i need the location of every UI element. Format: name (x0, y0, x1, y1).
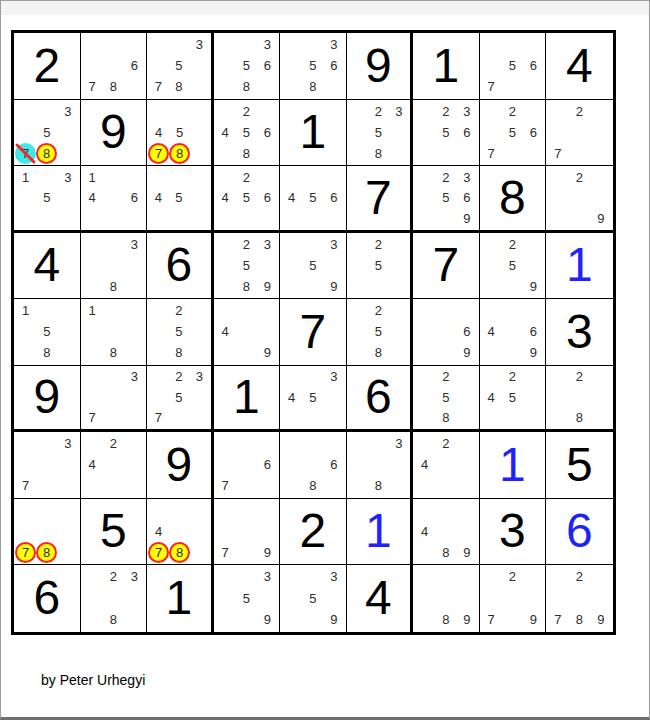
empty-candidate-slot (302, 433, 323, 454)
candidate-1: 1 (82, 167, 103, 188)
candidate-6: 6 (523, 55, 544, 76)
candidate-8: 8 (169, 76, 190, 97)
candidate-grid: 68 (281, 433, 345, 497)
candidate-4: 4 (215, 188, 236, 209)
cell-r4c3[interactable]: 6 (147, 233, 214, 300)
empty-candidate-slot (103, 367, 124, 388)
empty-candidate-slot (502, 34, 523, 55)
empty-candidate-slot (389, 234, 410, 255)
cell-r5c9[interactable]: 3 (546, 299, 613, 366)
empty-candidate-slot (590, 101, 612, 122)
candidate-8: 8 (368, 143, 389, 164)
empty-candidate-slot (124, 475, 145, 496)
candidate-5: 5 (302, 55, 323, 76)
empty-candidate-slot (281, 475, 302, 496)
empty-candidate-slot (190, 101, 210, 122)
empty-candidate-slot (481, 588, 502, 610)
candidate-2: 2 (169, 367, 190, 388)
candidate-grid: 2456 (215, 167, 279, 229)
given-digit: 7 (432, 241, 459, 289)
empty-candidate-slot (323, 167, 344, 188)
empty-candidate-slot (257, 208, 278, 229)
cell-r3c2[interactable]: 146 (81, 166, 148, 233)
cell-r4c2[interactable]: 38 (81, 233, 148, 300)
empty-candidate-slot (435, 454, 456, 475)
empty-candidate-slot (257, 101, 278, 122)
candidate-3: 3 (323, 234, 344, 255)
candidate-5: 5 (169, 55, 190, 76)
empty-candidate-slot (481, 276, 502, 297)
candidate-2: 2 (502, 101, 523, 122)
empty-candidate-slot (236, 321, 257, 342)
empty-candidate-slot (169, 101, 190, 122)
cell-r6c2[interactable]: 37 (81, 366, 148, 433)
candidate-2: 2 (368, 101, 389, 122)
candidate-3: 3 (189, 34, 210, 55)
empty-candidate-slot (148, 101, 169, 122)
candidate-7: 7 (148, 408, 169, 429)
empty-candidate-slot (481, 367, 502, 388)
empty-candidate-slot (547, 387, 569, 408)
cell-r8c3[interactable]: 478 (147, 499, 214, 566)
cell-r3c5[interactable]: 456 (280, 166, 347, 233)
candidate-8: 8 (368, 475, 389, 496)
empty-candidate-slot (215, 521, 236, 542)
empty-candidate-slot (257, 500, 278, 521)
empty-candidate-slot (348, 255, 369, 276)
candidate-grid: 456 (281, 167, 345, 229)
empty-candidate-slot (281, 276, 302, 297)
cell-r7c8[interactable]: 1 (480, 432, 547, 499)
candidate-4: 4 (414, 454, 435, 475)
cell-r4c9[interactable]: 1 (546, 233, 613, 300)
empty-candidate-slot (36, 101, 57, 122)
empty-candidate-slot (236, 300, 257, 321)
cell-r3c7[interactable]: 23569 (413, 166, 480, 233)
cell-r3c1[interactable]: 135 (14, 166, 81, 233)
cell-r8c2[interactable]: 5 (81, 499, 148, 566)
candidate-9: 9 (456, 342, 477, 363)
empty-candidate-slot (57, 521, 78, 542)
candidate-grid: 158 (15, 300, 79, 364)
candidate-5: 5 (236, 122, 257, 143)
empty-candidate-slot (36, 208, 57, 229)
candidate-5: 5 (169, 387, 190, 408)
given-digit: 1 (432, 42, 459, 90)
cell-r1c3[interactable]: 3578 (147, 33, 214, 100)
candidate-5: 5 (368, 255, 389, 276)
cell-r7c6[interactable]: 38 (347, 432, 414, 499)
cell-r4c6[interactable]: 25 (347, 233, 414, 300)
empty-candidate-slot (368, 276, 389, 297)
cell-r8c4[interactable]: 79 (214, 499, 281, 566)
cell-r9c7[interactable]: 89 (413, 565, 480, 632)
empty-candidate-slot (236, 542, 257, 563)
cell-r2c1[interactable]: 3578 (14, 100, 81, 167)
candidate-4: 4 (481, 321, 502, 342)
cell-r7c5[interactable]: 68 (280, 432, 347, 499)
empty-candidate-slot (414, 387, 435, 408)
cell-r2c2[interactable]: 9 (81, 100, 148, 167)
candidate-3: 3 (257, 566, 278, 588)
empty-candidate-slot (15, 521, 36, 542)
cell-r5c8[interactable]: 469 (480, 299, 547, 366)
candidate-3: 3 (456, 167, 477, 188)
empty-candidate-slot (257, 521, 278, 542)
empty-candidate-slot (103, 321, 124, 342)
empty-candidate-slot (523, 34, 544, 55)
candidate-4: 4 (148, 188, 169, 209)
empty-candidate-slot (456, 475, 477, 496)
empty-candidate-slot (523, 101, 544, 122)
empty-candidate-slot (389, 255, 410, 276)
candidate-8: 8 (435, 542, 456, 563)
empty-candidate-slot (456, 454, 477, 475)
empty-candidate-slot (281, 234, 302, 255)
empty-candidate-slot (189, 55, 210, 76)
candidate-6: 6 (456, 122, 477, 143)
empty-candidate-slot (103, 34, 124, 55)
candidate-7: 7 (215, 475, 236, 496)
empty-candidate-slot (124, 208, 145, 229)
empty-candidate-slot (124, 454, 145, 475)
cell-r3c9[interactable]: 29 (546, 166, 613, 233)
empty-candidate-slot (481, 255, 502, 276)
empty-candidate-slot (169, 208, 190, 229)
cell-r1c7[interactable]: 1 (413, 33, 480, 100)
candidate-9: 9 (590, 208, 612, 229)
candidate-grid: 27 (547, 101, 612, 165)
cell-r7c1[interactable]: 37 (14, 432, 81, 499)
empty-candidate-slot (456, 566, 477, 588)
candidate-7-highlighted: 7 (148, 542, 169, 563)
empty-candidate-slot (389, 321, 410, 342)
cell-r2c3[interactable]: 4578 (147, 100, 214, 167)
empty-candidate-slot (481, 122, 502, 143)
empty-candidate-slot (257, 321, 278, 342)
candidate-grid: 478 (148, 500, 210, 564)
candidate-2: 2 (502, 234, 523, 255)
empty-candidate-slot (435, 342, 456, 363)
candidate-9: 9 (323, 609, 344, 631)
empty-candidate-slot (236, 609, 257, 631)
empty-candidate-slot (190, 143, 210, 164)
candidate-3: 3 (124, 566, 145, 588)
empty-candidate-slot (103, 475, 124, 496)
cell-r3c6[interactable]: 7 (347, 166, 414, 233)
cell-r4c8[interactable]: 259 (480, 233, 547, 300)
candidate-7: 7 (15, 475, 36, 496)
cell-r6c7[interactable]: 258 (413, 366, 480, 433)
empty-candidate-slot (215, 454, 236, 475)
empty-candidate-slot (189, 300, 210, 321)
cell-r3c8[interactable]: 8 (480, 166, 547, 233)
cell-r5c4[interactable]: 49 (214, 299, 281, 366)
cell-r8c9[interactable]: 6 (546, 499, 613, 566)
empty-candidate-slot (414, 500, 435, 521)
empty-candidate-slot (414, 143, 435, 164)
solved-digit: 1 (499, 441, 526, 489)
empty-candidate-slot (389, 143, 410, 164)
empty-candidate-slot (302, 167, 323, 188)
cell-r2c9[interactable]: 27 (546, 100, 613, 167)
empty-candidate-slot (36, 475, 57, 496)
empty-candidate-slot (414, 367, 435, 388)
empty-candidate-slot (281, 433, 302, 454)
cell-r3c4[interactable]: 2456 (214, 166, 281, 233)
candidate-grid: 25 (348, 234, 410, 298)
empty-candidate-slot (435, 588, 456, 610)
candidate-3: 3 (257, 234, 278, 255)
empty-candidate-slot (148, 208, 169, 229)
cell-r4c5[interactable]: 359 (280, 233, 347, 300)
candidate-1: 1 (15, 167, 36, 188)
empty-candidate-slot (236, 34, 257, 55)
cell-r9c2[interactable]: 238 (81, 565, 148, 632)
cell-r6c9[interactable]: 28 (546, 366, 613, 433)
empty-candidate-slot (502, 408, 523, 429)
empty-candidate-slot (281, 76, 302, 97)
cell-r7c4[interactable]: 67 (214, 432, 281, 499)
candidate-grid: 24 (82, 433, 146, 497)
cell-r1c4[interactable]: 3568 (214, 33, 281, 100)
candidate-7: 7 (215, 542, 236, 563)
empty-candidate-slot (103, 387, 124, 408)
empty-candidate-slot (236, 566, 257, 588)
empty-candidate-slot (547, 101, 569, 122)
candidate-5: 5 (36, 321, 57, 342)
empty-candidate-slot (281, 208, 302, 229)
cell-r8c1[interactable]: 78 (14, 499, 81, 566)
solved-digit: 6 (566, 507, 593, 555)
empty-candidate-slot (414, 542, 435, 563)
cell-r7c3[interactable]: 9 (147, 432, 214, 499)
candidate-grid: 678 (82, 34, 146, 98)
empty-candidate-slot (302, 408, 323, 429)
cell-r2c6[interactable]: 2358 (347, 100, 414, 167)
cell-r2c5[interactable]: 1 (280, 100, 347, 167)
cell-r1c5[interactable]: 3568 (280, 33, 347, 100)
cell-r5c6[interactable]: 258 (347, 299, 414, 366)
empty-candidate-slot (348, 342, 369, 363)
cell-r6c5[interactable]: 345 (280, 366, 347, 433)
candidate-grid: 345 (281, 367, 345, 429)
candidate-6: 6 (257, 122, 278, 143)
candidate-7: 7 (148, 76, 169, 97)
candidate-2: 2 (169, 300, 190, 321)
cell-r4c7[interactable]: 7 (413, 233, 480, 300)
empty-candidate-slot (323, 208, 344, 229)
cell-r1c8[interactable]: 567 (480, 33, 547, 100)
given-digit: 6 (33, 574, 60, 622)
candidate-2: 2 (236, 234, 257, 255)
cell-r8c5[interactable]: 2 (280, 499, 347, 566)
candidate-9: 9 (523, 609, 544, 631)
empty-candidate-slot (257, 143, 278, 164)
empty-candidate-slot (215, 76, 236, 97)
empty-candidate-slot (547, 208, 569, 229)
empty-candidate-slot (124, 34, 145, 55)
cell-r7c2[interactable]: 24 (81, 432, 148, 499)
empty-candidate-slot (57, 122, 78, 143)
cell-r1c2[interactable]: 678 (81, 33, 148, 100)
cell-r2c4[interactable]: 24568 (214, 100, 281, 167)
empty-candidate-slot (124, 276, 145, 297)
candidate-grid: 67 (215, 433, 279, 497)
cell-r5c1[interactable]: 158 (14, 299, 81, 366)
candidate-grid: 78 (15, 500, 79, 564)
candidate-5: 5 (169, 321, 190, 342)
cell-r9c5[interactable]: 359 (280, 565, 347, 632)
cell-r8c7[interactable]: 489 (413, 499, 480, 566)
empty-candidate-slot (189, 208, 210, 229)
given-digit: 3 (499, 507, 526, 555)
cell-r5c3[interactable]: 258 (147, 299, 214, 366)
candidate-9: 9 (523, 342, 544, 363)
candidate-5: 5 (302, 588, 323, 610)
candidate-8: 8 (236, 143, 257, 164)
candidate-8: 8 (435, 609, 456, 631)
given-digit: 9 (100, 108, 127, 156)
empty-candidate-slot (435, 321, 456, 342)
cell-r7c9[interactable]: 5 (546, 432, 613, 499)
candidate-grid: 29 (547, 167, 612, 229)
candidate-grid: 24 (414, 433, 478, 497)
cell-r7c7[interactable]: 24 (413, 432, 480, 499)
cell-r8c6[interactable]: 1 (347, 499, 414, 566)
cell-r9c8[interactable]: 279 (480, 565, 547, 632)
cell-r5c2[interactable]: 18 (81, 299, 148, 366)
empty-candidate-slot (82, 255, 103, 276)
candidate-grid: 37 (82, 367, 146, 429)
empty-candidate-slot (103, 255, 124, 276)
cell-r6c4[interactable]: 1 (214, 366, 281, 433)
empty-candidate-slot (57, 208, 78, 229)
empty-candidate-slot (414, 167, 435, 188)
candidate-grid: 3578 (148, 34, 210, 98)
candidate-grid: 38 (82, 234, 146, 298)
candidate-2: 2 (368, 300, 389, 321)
empty-candidate-slot (302, 34, 323, 55)
empty-candidate-slot (281, 609, 302, 631)
empty-candidate-slot (435, 208, 456, 229)
empty-candidate-slot (502, 588, 523, 610)
cell-r6c3[interactable]: 2357 (147, 366, 214, 433)
empty-candidate-slot (414, 475, 435, 496)
candidate-8: 8 (569, 408, 591, 429)
empty-candidate-slot (103, 208, 124, 229)
empty-candidate-slot (435, 143, 456, 164)
empty-candidate-slot (82, 234, 103, 255)
empty-candidate-slot (414, 321, 435, 342)
empty-candidate-slot (547, 566, 569, 588)
empty-candidate-slot (502, 76, 523, 97)
cell-r1c1[interactable]: 2 (14, 33, 81, 100)
empty-candidate-slot (124, 321, 145, 342)
empty-candidate-slot (215, 34, 236, 55)
candidate-6: 6 (456, 321, 477, 342)
cell-r9c1[interactable]: 6 (14, 565, 81, 632)
candidate-5: 5 (368, 321, 389, 342)
cell-r2c7[interactable]: 2356 (413, 100, 480, 167)
candidate-5: 5 (502, 387, 523, 408)
cell-r1c9[interactable]: 4 (546, 33, 613, 100)
cell-r6c6[interactable]: 6 (347, 366, 414, 433)
empty-candidate-slot (523, 76, 544, 97)
cell-r2c8[interactable]: 2567 (480, 100, 547, 167)
empty-candidate-slot (414, 566, 435, 588)
empty-candidate-slot (36, 521, 57, 542)
empty-candidate-slot (281, 367, 302, 388)
cell-r9c9[interactable]: 2789 (546, 565, 613, 632)
empty-candidate-slot (523, 143, 544, 164)
cell-r1c6[interactable]: 9 (347, 33, 414, 100)
candidate-grid: 23569 (414, 167, 478, 229)
cell-r5c7[interactable]: 69 (413, 299, 480, 366)
candidate-6: 6 (124, 188, 145, 209)
empty-candidate-slot (281, 34, 302, 55)
empty-candidate-slot (481, 342, 502, 363)
cell-r9c4[interactable]: 359 (214, 565, 281, 632)
candidate-2: 2 (569, 566, 591, 588)
empty-candidate-slot (148, 387, 169, 408)
empty-candidate-slot (590, 188, 612, 209)
candidate-7: 7 (82, 76, 103, 97)
empty-candidate-slot (502, 609, 523, 631)
empty-candidate-slot (82, 387, 103, 408)
empty-candidate-slot (348, 143, 369, 164)
candidate-8-highlighted: 8 (169, 542, 190, 563)
cell-r9c6[interactable]: 4 (347, 565, 414, 632)
empty-candidate-slot (502, 300, 523, 321)
empty-candidate-slot (15, 433, 36, 454)
empty-candidate-slot (124, 588, 145, 610)
empty-candidate-slot (569, 122, 591, 143)
empty-candidate-slot (257, 300, 278, 321)
cell-r3c3[interactable]: 45 (147, 166, 214, 233)
empty-candidate-slot (481, 566, 502, 588)
empty-candidate-slot (523, 408, 544, 429)
empty-candidate-slot (103, 588, 124, 610)
empty-candidate-slot (148, 34, 169, 55)
empty-candidate-slot (590, 408, 612, 429)
given-digit: 9 (365, 42, 392, 90)
cell-r4c1[interactable]: 4 (14, 233, 81, 300)
cell-r9c3[interactable]: 1 (147, 565, 214, 632)
empty-candidate-slot (302, 454, 323, 475)
candidate-grid: 18 (82, 300, 146, 364)
empty-candidate-slot (82, 475, 103, 496)
candidate-6: 6 (523, 122, 544, 143)
empty-candidate-slot (236, 500, 257, 521)
candidate-8: 8 (302, 475, 323, 496)
empty-candidate-slot (189, 342, 210, 363)
candidate-2: 2 (569, 367, 591, 388)
cell-r6c1[interactable]: 9 (14, 366, 81, 433)
empty-candidate-slot (323, 387, 344, 408)
cell-r4c4[interactable]: 23589 (214, 233, 281, 300)
cell-r5c5[interactable]: 7 (280, 299, 347, 366)
candidate-5: 5 (302, 188, 323, 209)
empty-candidate-slot (389, 276, 410, 297)
empty-candidate-slot (215, 500, 236, 521)
cell-r8c8[interactable]: 3 (480, 499, 547, 566)
cell-r6c8[interactable]: 245 (480, 366, 547, 433)
candidate-grid: 245 (481, 367, 545, 429)
empty-candidate-slot (569, 188, 591, 209)
empty-candidate-slot (236, 208, 257, 229)
candidate-3: 3 (323, 367, 344, 388)
